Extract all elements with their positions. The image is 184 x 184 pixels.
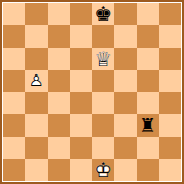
- square-e5[interactable]: [92, 70, 114, 92]
- square-f4[interactable]: [114, 92, 136, 114]
- square-h5[interactable]: [159, 70, 181, 92]
- square-f7[interactable]: [114, 25, 136, 47]
- square-f3[interactable]: [114, 114, 136, 136]
- square-b2[interactable]: [25, 137, 47, 159]
- square-d6[interactable]: [70, 48, 92, 70]
- square-g8[interactable]: [137, 3, 159, 25]
- square-d1[interactable]: [70, 159, 92, 181]
- square-d2[interactable]: [70, 137, 92, 159]
- square-d4[interactable]: [70, 92, 92, 114]
- square-c1[interactable]: [48, 159, 70, 181]
- square-d8[interactable]: [70, 3, 92, 25]
- white-queen-fill-glyph: ♛: [92, 48, 114, 70]
- square-f1[interactable]: [114, 159, 136, 181]
- white-queen-icon: ♕: [92, 48, 114, 70]
- square-f8[interactable]: [114, 3, 136, 25]
- square-h8[interactable]: [159, 3, 181, 25]
- square-e8[interactable]: ♚: [92, 3, 114, 25]
- square-c3[interactable]: [48, 114, 70, 136]
- square-e3[interactable]: [92, 114, 114, 136]
- square-e4[interactable]: [92, 92, 114, 114]
- square-c7[interactable]: [48, 25, 70, 47]
- black-rook-icon: ♜: [137, 114, 159, 136]
- black-king-icon: ♚: [92, 3, 114, 25]
- square-b8[interactable]: [25, 3, 47, 25]
- square-g6[interactable]: [137, 48, 159, 70]
- board-frame: ♚♛♕♟♙♜♚♔: [0, 0, 184, 184]
- square-g7[interactable]: [137, 25, 159, 47]
- square-g4[interactable]: [137, 92, 159, 114]
- square-c8[interactable]: [48, 3, 70, 25]
- square-e2[interactable]: [92, 137, 114, 159]
- square-a5[interactable]: [3, 70, 25, 92]
- square-e1[interactable]: ♚♔: [92, 159, 114, 181]
- square-a7[interactable]: [3, 25, 25, 47]
- chess-board: ♚♛♕♟♙♜♚♔: [2, 2, 182, 182]
- square-g1[interactable]: [137, 159, 159, 181]
- square-a3[interactable]: [3, 114, 25, 136]
- square-h4[interactable]: [159, 92, 181, 114]
- square-d7[interactable]: [70, 25, 92, 47]
- square-d5[interactable]: [70, 70, 92, 92]
- square-d3[interactable]: [70, 114, 92, 136]
- square-e6[interactable]: ♛♕: [92, 48, 114, 70]
- white-king-icon: ♔: [92, 159, 114, 181]
- square-a6[interactable]: [3, 48, 25, 70]
- square-a8[interactable]: [3, 3, 25, 25]
- square-b6[interactable]: [25, 48, 47, 70]
- square-c6[interactable]: [48, 48, 70, 70]
- square-e7[interactable]: [92, 25, 114, 47]
- white-pawn-icon: ♙: [25, 70, 47, 92]
- square-g5[interactable]: [137, 70, 159, 92]
- square-h1[interactable]: [159, 159, 181, 181]
- square-b3[interactable]: [25, 114, 47, 136]
- square-g3[interactable]: ♜: [137, 114, 159, 136]
- white-king-fill-glyph: ♚: [92, 159, 114, 181]
- white-pawn-fill-glyph: ♟: [25, 70, 47, 92]
- square-a4[interactable]: [3, 92, 25, 114]
- square-b5[interactable]: ♟♙: [25, 70, 47, 92]
- square-h2[interactable]: [159, 137, 181, 159]
- square-c5[interactable]: [48, 70, 70, 92]
- square-h6[interactable]: [159, 48, 181, 70]
- square-h3[interactable]: [159, 114, 181, 136]
- square-c2[interactable]: [48, 137, 70, 159]
- square-b1[interactable]: [25, 159, 47, 181]
- square-b7[interactable]: [25, 25, 47, 47]
- square-h7[interactable]: [159, 25, 181, 47]
- square-f5[interactable]: [114, 70, 136, 92]
- square-f2[interactable]: [114, 137, 136, 159]
- square-f6[interactable]: [114, 48, 136, 70]
- square-a1[interactable]: [3, 159, 25, 181]
- square-a2[interactable]: [3, 137, 25, 159]
- square-c4[interactable]: [48, 92, 70, 114]
- square-b4[interactable]: [25, 92, 47, 114]
- square-g2[interactable]: [137, 137, 159, 159]
